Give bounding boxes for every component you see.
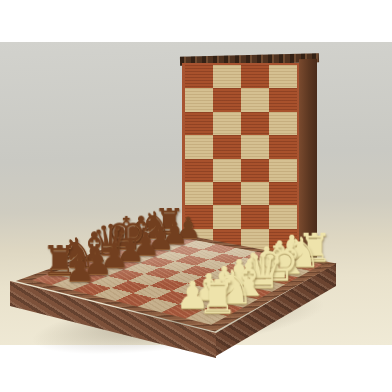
folded-board-square — [269, 112, 297, 135]
folded-board-square — [213, 112, 241, 135]
chess-board: ♜♞♝♛♚♝♞♜♟♟♟♟♟♟♟♟♟♟♟♟♟♟♟♟♜♞♝♛♚♝♞♜ — [16, 230, 337, 332]
folded-board-square — [269, 88, 297, 111]
white-rook: ♜ — [197, 273, 239, 320]
black-pawn: ♟ — [64, 252, 95, 287]
folded-board-square — [241, 65, 269, 88]
folded-board-square — [185, 65, 213, 88]
folded-board-square — [185, 88, 213, 111]
board-scene: ♜♞♝♛♚♝♞♜♟♟♟♟♟♟♟♟♟♟♟♟♟♟♟♟♜♞♝♛♚♝♞♜ — [0, 155, 392, 377]
folded-board-square — [213, 88, 241, 111]
folded-board-square — [269, 65, 297, 88]
folded-board-square — [213, 65, 241, 88]
folded-board-square — [241, 88, 269, 111]
folded-board-square — [241, 112, 269, 135]
folded-board-square — [185, 112, 213, 135]
board-grid: ♜♞♝♛♚♝♞♜♟♟♟♟♟♟♟♟♟♟♟♟♟♟♟♟♜♞♝♛♚♝♞♜ — [32, 233, 322, 325]
photo-background: ♜♞♝♛♚♝♞♜♟♟♟♟♟♟♟♟♟♟♟♟♟♟♟♟♜♞♝♛♚♝♞♜ — [0, 42, 392, 345]
